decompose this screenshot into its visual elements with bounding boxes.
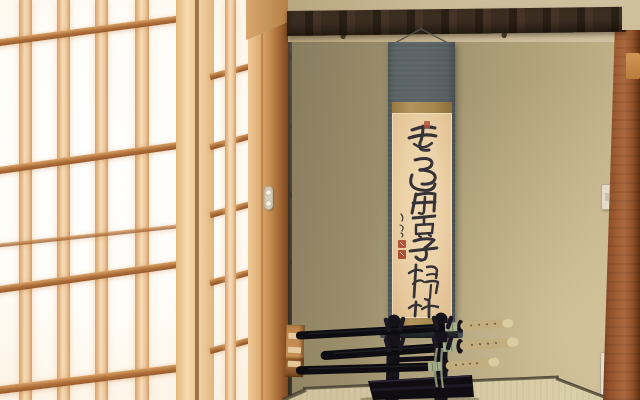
shoji-vertical-bar bbox=[225, 0, 236, 400]
corner-post bbox=[199, 0, 214, 400]
lintel-beam bbox=[287, 7, 626, 36]
upper-wall-corner bbox=[622, 0, 640, 30]
shoji-vertical-bar bbox=[135, 0, 149, 400]
outlet-slot bbox=[605, 193, 609, 201]
japanese-room-photo bbox=[0, 0, 640, 400]
stand-crossbar bbox=[393, 358, 441, 360]
scroll-band-top bbox=[392, 102, 452, 113]
catch-screw bbox=[266, 201, 271, 206]
scroll-calligraphy bbox=[393, 114, 451, 317]
catch-screw bbox=[266, 190, 271, 195]
frame-seam bbox=[261, 0, 263, 400]
shoji-vertical-bar bbox=[95, 0, 108, 400]
sword-middle bbox=[325, 339, 514, 356]
katana-stand bbox=[288, 313, 520, 400]
pillar-patch bbox=[626, 53, 640, 79]
corner-post bbox=[176, 0, 196, 400]
shoji-vertical-bar bbox=[19, 0, 32, 400]
shoji-screens bbox=[0, 0, 294, 400]
signature-column bbox=[400, 214, 403, 237]
shoji-vertical-bar bbox=[57, 0, 70, 400]
sword-top bbox=[300, 320, 509, 336]
